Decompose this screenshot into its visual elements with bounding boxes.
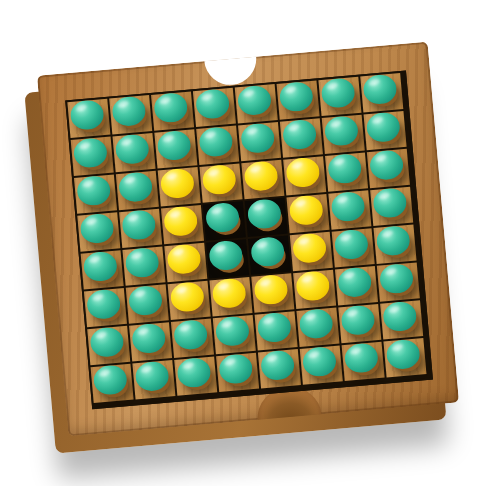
yellow-peg-r4c3[interactable] xyxy=(163,205,198,237)
board-box-wrapper xyxy=(37,42,459,437)
green-peg-r7c8[interactable] xyxy=(382,301,417,333)
green-peg-r1c3[interactable] xyxy=(153,92,188,124)
green-peg-r4c8[interactable] xyxy=(372,187,407,219)
cell-r8c5[interactable] xyxy=(258,349,301,388)
cell-r4c2[interactable] xyxy=(119,209,162,248)
wooden-board-box xyxy=(37,42,459,437)
green-peg-r2c3[interactable] xyxy=(156,130,191,162)
lid-notch-top xyxy=(202,42,258,87)
cell-r2c1[interactable] xyxy=(71,137,114,176)
green-peg-r7c7[interactable] xyxy=(340,304,375,336)
cell-r2c7[interactable] xyxy=(322,115,365,154)
green-peg-r7c2[interactable] xyxy=(131,323,166,355)
green-peg-r8c8[interactable] xyxy=(385,339,420,371)
green-peg-r2c5[interactable] xyxy=(240,122,275,154)
cell-r5c6[interactable] xyxy=(290,232,333,271)
cell-r1c5[interactable] xyxy=(235,84,278,123)
green-peg-r3c2[interactable] xyxy=(118,171,153,203)
yellow-peg-r6c5[interactable] xyxy=(253,274,288,306)
yellow-peg-r6c4[interactable] xyxy=(211,277,246,309)
cell-r5c1[interactable] xyxy=(81,250,124,289)
green-peg-r8c7[interactable] xyxy=(344,342,379,374)
cell-r8c2[interactable] xyxy=(132,360,175,399)
cell-r2c2[interactable] xyxy=(113,133,156,172)
cell-r4c1[interactable] xyxy=(77,212,120,251)
cell-r5c5[interactable] xyxy=(248,236,291,275)
cell-r5c3[interactable] xyxy=(164,243,207,282)
green-peg-r4c1[interactable] xyxy=(79,213,114,245)
cell-r1c3[interactable] xyxy=(151,91,194,130)
cell-r4c4[interactable] xyxy=(203,201,246,240)
cell-r1c7[interactable] xyxy=(318,77,361,116)
green-peg-r5c8[interactable] xyxy=(376,225,411,257)
cell-r5c2[interactable] xyxy=(122,246,165,285)
green-peg-r2c8[interactable] xyxy=(366,111,401,143)
green-peg-r8c6[interactable] xyxy=(302,346,337,378)
cell-r2c3[interactable] xyxy=(154,129,197,168)
cell-r8c4[interactable] xyxy=(216,353,259,392)
green-peg-r1c5[interactable] xyxy=(237,85,272,117)
cell-r4c8[interactable] xyxy=(370,187,413,226)
cell-r5c8[interactable] xyxy=(374,225,417,264)
green-peg-r1c8[interactable] xyxy=(362,74,397,106)
cell-r7c3[interactable] xyxy=(171,319,214,358)
green-peg-r1c4[interactable] xyxy=(195,88,230,120)
cell-r5c7[interactable] xyxy=(332,228,375,267)
cell-r2c8[interactable] xyxy=(364,111,407,150)
green-peg-r7c4[interactable] xyxy=(215,315,250,347)
green-peg-r7c1[interactable] xyxy=(89,326,124,358)
green-peg-r5c5[interactable] xyxy=(250,236,285,268)
cell-r3c2[interactable] xyxy=(116,171,159,210)
cell-r7c8[interactable] xyxy=(380,300,423,339)
yellow-peg-r5c6[interactable] xyxy=(292,232,327,264)
cell-r4c3[interactable] xyxy=(161,205,204,244)
green-peg-r2c2[interactable] xyxy=(115,133,150,165)
cell-r6c7[interactable] xyxy=(335,266,378,305)
cell-r6c3[interactable] xyxy=(168,281,211,320)
cell-r6c5[interactable] xyxy=(251,273,294,312)
cell-r8c8[interactable] xyxy=(383,338,426,377)
green-peg-r1c7[interactable] xyxy=(320,77,355,109)
cell-r1c4[interactable] xyxy=(193,88,236,127)
cell-r3c3[interactable] xyxy=(158,167,201,206)
green-peg-r6c7[interactable] xyxy=(337,266,372,298)
photo-background xyxy=(0,0,500,486)
yellow-peg-r6c3[interactable] xyxy=(170,281,205,313)
green-peg-r2c4[interactable] xyxy=(198,126,233,158)
cell-r3c5[interactable] xyxy=(241,160,284,199)
cell-r2c5[interactable] xyxy=(238,122,281,161)
green-peg-r5c7[interactable] xyxy=(334,229,369,261)
green-peg-r4c7[interactable] xyxy=(330,191,365,223)
cell-r7c1[interactable] xyxy=(87,326,130,365)
cell-r8c3[interactable] xyxy=(174,356,217,395)
green-peg-r5c1[interactable] xyxy=(83,251,118,283)
cell-r6c1[interactable] xyxy=(84,288,127,327)
cell-r2c6[interactable] xyxy=(280,118,323,157)
cell-r3c6[interactable] xyxy=(283,156,326,195)
yellow-peg-r3c3[interactable] xyxy=(160,168,195,200)
cell-r6c2[interactable] xyxy=(126,284,169,323)
green-peg-r6c8[interactable] xyxy=(379,263,414,295)
cell-r3c1[interactable] xyxy=(74,174,117,213)
green-peg-r8c4[interactable] xyxy=(218,353,253,385)
green-peg-r4c5[interactable] xyxy=(247,198,282,230)
green-peg-r4c2[interactable] xyxy=(121,209,156,241)
cell-r1c6[interactable] xyxy=(277,80,320,119)
cell-r4c6[interactable] xyxy=(287,194,330,233)
cell-r6c8[interactable] xyxy=(377,262,420,301)
cell-r7c4[interactable] xyxy=(213,315,256,354)
cell-r1c2[interactable] xyxy=(109,95,152,134)
cell-r6c4[interactable] xyxy=(209,277,252,316)
green-peg-r5c2[interactable] xyxy=(124,247,159,279)
green-peg-r7c3[interactable] xyxy=(173,319,208,351)
cell-r1c1[interactable] xyxy=(67,99,110,138)
green-peg-r4c4[interactable] xyxy=(205,202,240,234)
cell-r6c6[interactable] xyxy=(293,270,336,309)
yellow-peg-r3c5[interactable] xyxy=(243,160,278,192)
green-peg-r3c8[interactable] xyxy=(369,149,404,181)
green-peg-r7c5[interactable] xyxy=(257,312,292,344)
cell-r3c7[interactable] xyxy=(325,152,368,191)
cell-r2c4[interactable] xyxy=(196,126,239,165)
cell-r3c8[interactable] xyxy=(367,149,410,188)
green-peg-r3c7[interactable] xyxy=(327,153,362,185)
cell-r4c5[interactable] xyxy=(245,198,288,237)
green-peg-r1c2[interactable] xyxy=(111,96,146,128)
cell-r8c1[interactable] xyxy=(91,364,134,403)
yellow-peg-r5c3[interactable] xyxy=(166,243,201,275)
green-peg-r7c6[interactable] xyxy=(298,308,333,340)
yellow-peg-r3c6[interactable] xyxy=(285,157,320,189)
board-grid xyxy=(65,71,433,410)
green-peg-r6c1[interactable] xyxy=(86,288,121,320)
green-peg-r2c1[interactable] xyxy=(73,137,108,169)
cell-r7c2[interactable] xyxy=(129,322,172,361)
yellow-peg-r4c6[interactable] xyxy=(289,194,324,226)
green-peg-r8c3[interactable] xyxy=(176,357,211,389)
cell-r7c6[interactable] xyxy=(296,308,339,347)
green-peg-r6c2[interactable] xyxy=(128,285,163,317)
green-peg-r8c2[interactable] xyxy=(134,360,169,392)
green-peg-r1c1[interactable] xyxy=(69,99,104,131)
cell-r4c7[interactable] xyxy=(328,190,371,229)
cell-r8c6[interactable] xyxy=(300,345,343,384)
cell-r1c8[interactable] xyxy=(360,73,403,112)
green-peg-r5c4[interactable] xyxy=(208,240,243,272)
cell-r7c5[interactable] xyxy=(255,311,298,350)
green-peg-r1c6[interactable] xyxy=(279,81,314,113)
yellow-peg-r6c6[interactable] xyxy=(295,270,330,302)
green-peg-r8c1[interactable] xyxy=(93,364,128,396)
green-peg-r8c5[interactable] xyxy=(260,350,295,382)
cell-r8c7[interactable] xyxy=(342,342,385,381)
green-peg-r3c1[interactable] xyxy=(76,175,111,207)
green-peg-r2c7[interactable] xyxy=(324,115,359,147)
cell-r7c7[interactable] xyxy=(338,304,381,343)
green-peg-r2c6[interactable] xyxy=(282,119,317,151)
cell-r5c4[interactable] xyxy=(206,239,249,278)
yellow-peg-r3c4[interactable] xyxy=(202,164,237,196)
cell-r3c4[interactable] xyxy=(200,163,243,202)
